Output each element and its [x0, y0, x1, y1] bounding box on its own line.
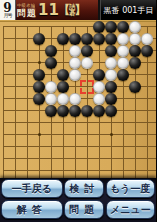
- white-stone: [93, 81, 105, 93]
- bracket-close: 】: [74, 3, 86, 17]
- white-stone: [81, 57, 93, 69]
- black-stone: [33, 93, 45, 105]
- turn-info-text: 黒番 001手目: [104, 5, 154, 16]
- black-stone: [93, 33, 105, 45]
- problem-number: 11: [38, 3, 59, 18]
- star-point: [38, 133, 41, 136]
- issue-suffix: 月号: [4, 13, 12, 18]
- black-stone: [105, 105, 117, 117]
- problem-title-panel: 中級者編 問題 11 【 詰 碁 】: [16, 0, 100, 20]
- white-stone: [129, 33, 141, 45]
- grid-line-h: [3, 158, 157, 159]
- black-stone: [105, 21, 117, 33]
- grid-line-v: [3, 26, 4, 178]
- turn-indicator: 黒番 001手目: [100, 0, 156, 20]
- red-target-marker: [80, 80, 94, 94]
- retry-button[interactable]: もう一度: [106, 179, 155, 198]
- grid-line-h: [3, 146, 157, 147]
- issue-number: 9: [3, 3, 11, 13]
- white-stone: [69, 45, 81, 57]
- black-stone: [57, 33, 69, 45]
- button-row-2: 解答問題メニュー: [0, 199, 156, 220]
- white-stone: [129, 21, 141, 33]
- grid-line-v: [15, 26, 16, 178]
- button-panel: 一手戻る検討もう一度 解答問題メニュー: [0, 178, 156, 222]
- star-point: [110, 133, 113, 136]
- grid-line-h: [3, 134, 157, 135]
- black-stone: [57, 81, 69, 93]
- undo-one-move-button[interactable]: 一手戻る: [1, 179, 63, 198]
- black-stone: [117, 69, 129, 81]
- white-stone: [117, 33, 129, 45]
- menu-button[interactable]: メニュー: [106, 200, 155, 219]
- white-stone: [117, 45, 129, 57]
- white-stone: [105, 57, 117, 69]
- white-stone: [69, 93, 81, 105]
- black-stone: [93, 21, 105, 33]
- white-stone: [105, 69, 117, 81]
- grid-line-h: [3, 122, 157, 123]
- problem-number-title: 11 【 詰 碁 】: [38, 3, 85, 18]
- black-stone: [81, 45, 93, 57]
- black-stone: [117, 21, 129, 33]
- black-stone: [105, 93, 117, 105]
- level-label: 中級者編: [17, 2, 35, 7]
- black-stone: [81, 33, 93, 45]
- black-stone: [81, 105, 93, 117]
- title-bar: 9 月号 中級者編 問題 11 【 詰 碁 】 黒番 001手目: [0, 0, 156, 20]
- white-stone: [117, 57, 129, 69]
- issue-badge: 9 月号: [0, 0, 16, 20]
- black-stone: [105, 81, 117, 93]
- black-stone: [57, 69, 69, 81]
- black-stone: [45, 105, 57, 117]
- black-stone: [105, 33, 117, 45]
- problem-label: 問題: [17, 8, 37, 18]
- answer-button[interactable]: 解答: [1, 200, 63, 219]
- white-stone: [69, 57, 81, 69]
- black-stone: [69, 33, 81, 45]
- black-stone: [57, 105, 69, 117]
- white-stone: [45, 81, 57, 93]
- white-stone: [93, 93, 105, 105]
- black-stone: [93, 69, 105, 81]
- black-stone: [129, 45, 141, 57]
- black-stone: [33, 81, 45, 93]
- white-stone: [45, 93, 57, 105]
- black-stone: [129, 81, 141, 93]
- black-stone: [93, 105, 105, 117]
- go-board[interactable]: [0, 22, 156, 178]
- problem-button[interactable]: 問題: [64, 200, 104, 219]
- black-stone: [33, 69, 45, 81]
- review-button[interactable]: 検討: [64, 179, 104, 198]
- star-point: [38, 61, 41, 64]
- black-stone: [45, 57, 57, 69]
- tsumego-app-screen: 9 月号 中級者編 問題 11 【 詰 碁 】 黒番 001手目 一手戻る検討: [0, 0, 156, 222]
- black-stone: [69, 105, 81, 117]
- black-stone: [33, 33, 45, 45]
- black-stone: [141, 45, 153, 57]
- white-stone: [57, 93, 69, 105]
- black-stone: [45, 45, 57, 57]
- black-stone: [105, 45, 117, 57]
- button-row-1: 一手戻る検討もう一度: [0, 178, 156, 199]
- grid-line-h: [3, 170, 157, 171]
- white-stone: [141, 33, 153, 45]
- black-stone: [129, 57, 141, 69]
- grid-line-v: [27, 26, 28, 178]
